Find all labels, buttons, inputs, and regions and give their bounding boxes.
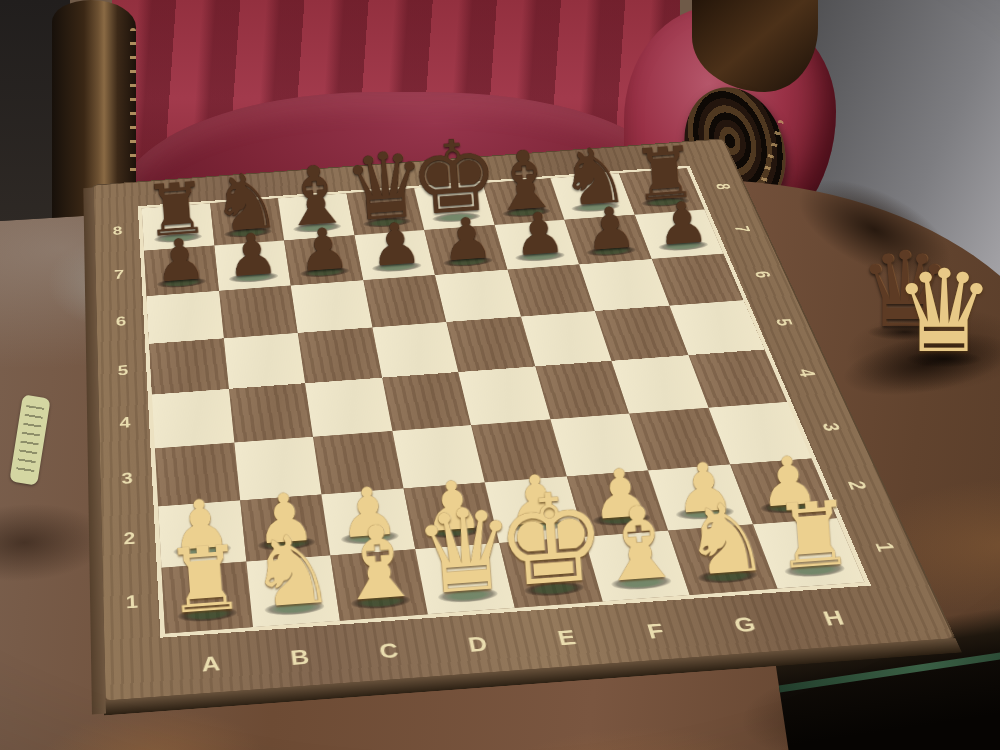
rank-label-right-5: 5 — [770, 318, 796, 327]
square-b6[interactable] — [219, 285, 298, 338]
piece-black-pawn-c7[interactable]: ♟ — [296, 224, 351, 276]
piece-black-pawn-f7[interactable]: ♟ — [511, 208, 566, 260]
rank-label-left-4: 4 — [119, 415, 131, 432]
rank-label-right-6: 6 — [749, 270, 774, 278]
rank-label-left-1: 1 — [126, 592, 139, 613]
square-c6[interactable] — [291, 280, 372, 333]
square-e7[interactable]: ♟ — [424, 225, 507, 275]
playing-grid: ♜♞♝♛♚♝♞♜♟♟♟♟♟♟♟♟♟♟♟♟♟♟♟♟♜♞♝♛♚♝♞♜ — [138, 166, 871, 638]
square-b7[interactable]: ♟ — [214, 241, 291, 291]
square-d7[interactable]: ♟ — [354, 230, 435, 280]
square-h7[interactable]: ♟ — [634, 210, 723, 259]
piece-white-queen-d1[interactable]: ♛ — [411, 499, 520, 603]
rank-label-left-3: 3 — [121, 470, 133, 488]
rank-label-right-7: 7 — [729, 225, 753, 233]
chessboard-wrapper: ♜♞♝♛♚♝♞♜♟♟♟♟♟♟♟♟♟♟♟♟♟♟♟♟♜♞♝♛♚♝♞♜ ABCDEFG… — [55, 154, 968, 705]
square-a7[interactable]: ♟ — [144, 246, 219, 296]
board-edge-left — [83, 187, 106, 714]
piece-white-knight-g1[interactable]: ♞ — [680, 495, 772, 583]
file-label-f: F — [644, 618, 668, 643]
square-c4[interactable] — [305, 378, 392, 437]
piece-black-pawn-a7[interactable]: ♟ — [153, 235, 208, 287]
piece-white-knight-b1[interactable]: ♞ — [246, 527, 338, 615]
photo-scene: ♜♞♝♛♚♝♞♜♟♟♟♟♟♟♟♟♟♟♟♟♟♟♟♟♜♞♝♛♚♝♞♜ ABCDEFG… — [0, 0, 1000, 750]
spare-white-queen[interactable]: ♛ — [893, 264, 995, 361]
piece-black-pawn-g7[interactable]: ♟ — [583, 203, 638, 255]
file-label-c: C — [378, 638, 402, 664]
file-label-g: G — [730, 612, 759, 638]
rank-label-left-6: 6 — [116, 314, 127, 329]
square-a5[interactable] — [149, 338, 228, 394]
square-a1[interactable]: ♜ — [161, 561, 252, 633]
square-e4[interactable] — [458, 366, 550, 425]
piece-white-rook-a1[interactable]: ♜ — [163, 540, 248, 621]
piece-white-rook-h1[interactable]: ♜ — [771, 496, 856, 577]
square-b5[interactable] — [223, 333, 305, 389]
piece-black-pawn-d7[interactable]: ♟ — [368, 219, 423, 271]
square-h4[interactable] — [688, 349, 787, 407]
rank-label-right-2: 2 — [842, 480, 871, 490]
file-label-d: D — [466, 631, 491, 657]
square-c7[interactable]: ♟ — [284, 235, 363, 285]
rank-label-right-3: 3 — [816, 422, 844, 432]
file-label-e: E — [555, 625, 579, 650]
rank-label-right-4: 4 — [793, 369, 820, 378]
square-e5[interactable] — [446, 316, 535, 372]
rank-label-left-2: 2 — [123, 529, 135, 548]
file-label-b: B — [289, 644, 311, 670]
square-d4[interactable] — [382, 372, 471, 431]
file-label-h: H — [820, 605, 849, 630]
square-d5[interactable] — [372, 322, 458, 378]
square-d6[interactable] — [363, 275, 446, 328]
rank-label-left-5: 5 — [117, 363, 128, 379]
piece-white-bishop-f1[interactable]: ♝ — [591, 498, 687, 589]
rank-label-right-8: 8 — [711, 183, 734, 190]
square-f1[interactable]: ♝ — [584, 530, 690, 601]
square-b1[interactable]: ♞ — [246, 555, 340, 627]
square-b4[interactable] — [229, 383, 313, 442]
square-a4[interactable] — [152, 389, 234, 449]
rank-label-right-1: 1 — [869, 542, 899, 553]
square-c5[interactable] — [298, 327, 382, 383]
piece-white-bishop-c1[interactable]: ♝ — [331, 517, 427, 608]
chessboard: ♜♞♝♛♚♝♞♜♟♟♟♟♟♟♟♟♟♟♟♟♟♟♟♟♜♞♝♛♚♝♞♜ ABCDEFG… — [94, 139, 954, 700]
rank-label-left-7: 7 — [114, 268, 125, 282]
file-label-a: A — [201, 651, 222, 677]
square-h5[interactable] — [669, 300, 765, 355]
square-a6[interactable] — [147, 291, 224, 344]
piece-black-pawn-b7[interactable]: ♟ — [225, 229, 280, 281]
rank-label-left-8: 8 — [113, 224, 123, 238]
square-d1[interactable]: ♛ — [415, 543, 515, 614]
piece-black-pawn-h7[interactable]: ♟ — [655, 198, 710, 250]
square-c1[interactable]: ♝ — [330, 549, 427, 621]
piece-black-pawn-e7[interactable]: ♟ — [440, 214, 495, 266]
square-e6[interactable] — [435, 269, 521, 321]
